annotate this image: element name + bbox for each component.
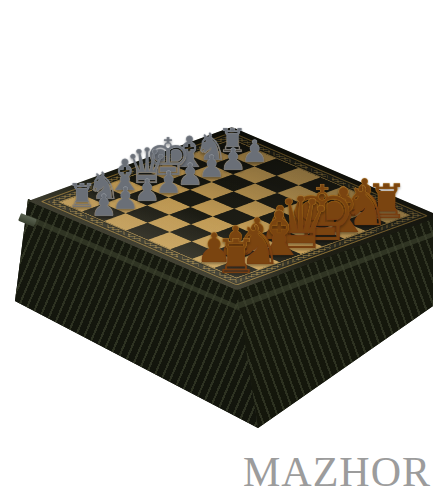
case-clasp	[18, 213, 37, 227]
chessboard	[60, 140, 408, 278]
board-case-top	[28, 127, 433, 290]
product-photo: ♜♞♝♛♚♝♞♜♟♟♟♟♟♟♟♟♟♟♟♟♟♟♟♟♜♞♝♛♚♝♞♜ MAZHOR	[0, 0, 433, 498]
watermark: MAZHOR	[243, 448, 431, 496]
